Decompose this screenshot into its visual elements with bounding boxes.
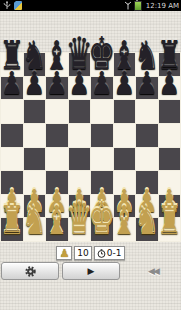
- square-g1[interactable]: ♞: [136, 218, 158, 241]
- square-f4[interactable]: [114, 148, 136, 171]
- square-g5[interactable]: [136, 124, 158, 147]
- square-a8[interactable]: ♜: [1, 53, 23, 76]
- square-f5[interactable]: [114, 124, 136, 147]
- square-a7[interactable]: ♟: [1, 77, 23, 100]
- square-c4[interactable]: [46, 148, 68, 171]
- status-bar-right-icons: 12:19 AM: [124, 1, 181, 11]
- square-c3[interactable]: [46, 171, 68, 194]
- square-c5[interactable]: [46, 124, 68, 147]
- rewind-icon[interactable]: ◀◀: [141, 266, 165, 276]
- black-king[interactable]: ♚: [88, 31, 115, 76]
- square-e2[interactable]: ♟: [91, 195, 113, 218]
- square-g8[interactable]: ♞: [136, 53, 158, 76]
- square-d7[interactable]: ♟: [69, 77, 91, 100]
- square-h6[interactable]: [159, 100, 181, 123]
- square-d1[interactable]: ♛: [69, 218, 91, 241]
- square-a2[interactable]: ♟: [1, 195, 23, 218]
- black-knight[interactable]: ♞: [134, 36, 159, 76]
- black-bishop[interactable]: ♝: [44, 36, 69, 76]
- clock-value: 0-1: [107, 248, 122, 258]
- battery-icon: [134, 1, 142, 11]
- square-c2[interactable]: ♟: [46, 195, 68, 218]
- square-b4[interactable]: [24, 148, 46, 171]
- square-h7[interactable]: ♟: [159, 77, 181, 100]
- clock-indicator: 0-1: [94, 246, 125, 260]
- square-b7[interactable]: ♟: [24, 77, 46, 100]
- square-f1[interactable]: ♝: [114, 218, 136, 241]
- square-a6[interactable]: [1, 100, 23, 123]
- toolbar: ▶ ◀◀: [0, 262, 181, 282]
- level-indicator: 10: [74, 246, 91, 260]
- square-d2[interactable]: ♟: [69, 195, 91, 218]
- square-b5[interactable]: [24, 124, 46, 147]
- square-f6[interactable]: [114, 100, 136, 123]
- square-h8[interactable]: ♜: [159, 53, 181, 76]
- square-d8[interactable]: ♛: [69, 53, 91, 76]
- level-value: 10: [77, 248, 88, 258]
- square-c1[interactable]: ♝: [46, 218, 68, 241]
- square-d4[interactable]: [69, 148, 91, 171]
- square-g2[interactable]: ♟: [136, 195, 158, 218]
- square-a3[interactable]: [1, 171, 23, 194]
- android-status-bar: 12:19 AM: [0, 0, 181, 11]
- square-a5[interactable]: [1, 124, 23, 147]
- chess-board[interactable]: ♜♞♝♛♚♝♞♜♟♟♟♟♟♟♟♟♟♟♟♟♟♟♟♟♜♞♝♛♚♝♞♜: [0, 52, 181, 242]
- clock-icon: [97, 249, 106, 258]
- square-b3[interactable]: [24, 171, 46, 194]
- square-e4[interactable]: [91, 148, 113, 171]
- turn-indicator: ♟: [56, 246, 72, 260]
- square-h5[interactable]: [159, 124, 181, 147]
- square-d5[interactable]: [69, 124, 91, 147]
- white-pawn-turn-icon: ♟: [59, 248, 69, 259]
- square-f8[interactable]: ♝: [114, 53, 136, 76]
- square-h2[interactable]: ♟: [159, 195, 181, 218]
- signal-icon: [124, 1, 132, 10]
- square-b6[interactable]: [24, 100, 46, 123]
- square-f2[interactable]: ♟: [114, 195, 136, 218]
- square-c7[interactable]: ♟: [46, 77, 68, 100]
- square-d6[interactable]: [69, 100, 91, 123]
- square-d3[interactable]: [69, 171, 91, 194]
- square-e8[interactable]: ♚: [91, 53, 113, 76]
- square-f3[interactable]: [114, 171, 136, 194]
- square-a1[interactable]: ♜: [1, 218, 23, 241]
- sdcard-icon: [14, 1, 22, 10]
- gear-icon: [25, 266, 36, 277]
- square-e5[interactable]: [91, 124, 113, 147]
- square-b1[interactable]: ♞: [24, 218, 46, 241]
- square-c6[interactable]: [46, 100, 68, 123]
- black-bishop[interactable]: ♝: [112, 36, 137, 76]
- square-g3[interactable]: [136, 171, 158, 194]
- square-e3[interactable]: [91, 171, 113, 194]
- square-h4[interactable]: [159, 148, 181, 171]
- status-bar-left-icons: [0, 1, 124, 10]
- play-button[interactable]: ▶: [62, 262, 120, 280]
- black-rook[interactable]: ♜: [0, 36, 24, 76]
- settings-button[interactable]: [1, 262, 59, 280]
- square-h1[interactable]: ♜: [159, 218, 181, 241]
- square-e6[interactable]: [91, 100, 113, 123]
- square-b2[interactable]: ♟: [24, 195, 46, 218]
- square-h3[interactable]: [159, 171, 181, 194]
- game-status-row: ♟ 10 0-1: [0, 246, 181, 261]
- square-f7[interactable]: ♟: [114, 77, 136, 100]
- square-a4[interactable]: [1, 148, 23, 171]
- black-rook[interactable]: ♜: [157, 36, 181, 76]
- square-e7[interactable]: ♟: [91, 77, 113, 100]
- square-g6[interactable]: [136, 100, 158, 123]
- square-b8[interactable]: ♞: [24, 53, 46, 76]
- play-icon: ▶: [88, 266, 95, 276]
- chess-app-screen: 12:19 AM ♜♞♝♛♚♝♞♜♟♟♟♟♟♟♟♟♟♟♟♟♟♟♟♟♜♞♝♛♚♝♞…: [0, 0, 181, 310]
- status-bar-clock: 12:19 AM: [144, 2, 179, 10]
- square-g4[interactable]: [136, 148, 158, 171]
- square-e1[interactable]: ♚: [91, 218, 113, 241]
- square-g7[interactable]: ♟: [136, 77, 158, 100]
- black-knight[interactable]: ♞: [22, 36, 47, 76]
- usb-icon: [3, 1, 11, 10]
- square-c8[interactable]: ♝: [46, 53, 68, 76]
- black-queen[interactable]: ♛: [66, 31, 93, 76]
